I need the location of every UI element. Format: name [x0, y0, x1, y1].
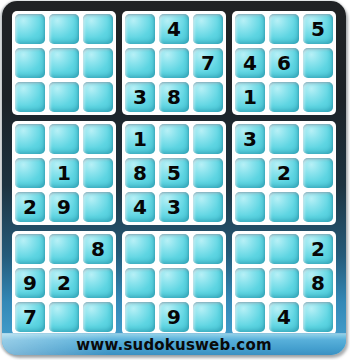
cell-r8c7[interactable] [235, 268, 265, 298]
cell-r7c5[interactable] [159, 234, 189, 264]
cell-r7c2[interactable] [49, 234, 79, 264]
cell-r9c9[interactable] [303, 302, 333, 332]
cell-r5c2[interactable]: 1 [49, 158, 79, 188]
cell-r4c7[interactable]: 3 [235, 124, 265, 154]
cell-r1c7[interactable] [235, 14, 265, 44]
cell-r3c7[interactable]: 1 [235, 82, 265, 112]
cell-r3c8[interactable] [269, 82, 299, 112]
cell-r9c5[interactable]: 9 [159, 302, 189, 332]
cell-r2c1[interactable] [15, 48, 45, 78]
cell-r8c4[interactable] [125, 268, 155, 298]
cell-r7c7[interactable] [235, 234, 265, 264]
cell-r3c4[interactable]: 3 [125, 82, 155, 112]
cell-r8c3[interactable] [83, 268, 113, 298]
cell-r6c9[interactable] [303, 192, 333, 222]
cell-r9c7[interactable] [235, 302, 265, 332]
sudoku-box-8: 9 [122, 231, 226, 335]
cell-r4c8[interactable] [269, 124, 299, 154]
sudoku-board-frame: 47385461129185433289279284 www.sudokuswe… [2, 1, 346, 355]
cell-r4c1[interactable] [15, 124, 45, 154]
cell-r9c1[interactable]: 7 [15, 302, 45, 332]
cell-r3c9[interactable] [303, 82, 333, 112]
cell-r7c8[interactable] [269, 234, 299, 264]
cell-r7c6[interactable] [193, 234, 223, 264]
sudoku-box-5: 18543 [122, 121, 226, 225]
cell-r8c2[interactable]: 2 [49, 268, 79, 298]
cell-r5c8[interactable]: 2 [269, 158, 299, 188]
cell-r5c7[interactable] [235, 158, 265, 188]
cell-r1c2[interactable] [49, 14, 79, 44]
sudoku-page: 47385461129185433289279284 www.sudokuswe… [0, 0, 350, 360]
cell-r8c8[interactable] [269, 268, 299, 298]
sudoku-box-6: 32 [232, 121, 336, 225]
cell-r9c8[interactable]: 4 [269, 302, 299, 332]
cell-r4c2[interactable] [49, 124, 79, 154]
cell-r9c6[interactable] [193, 302, 223, 332]
cell-r7c3[interactable]: 8 [83, 234, 113, 264]
sudoku-box-4: 129 [12, 121, 116, 225]
cell-r7c4[interactable] [125, 234, 155, 264]
cell-r3c5[interactable]: 8 [159, 82, 189, 112]
cell-r2c7[interactable]: 4 [235, 48, 265, 78]
cell-r5c9[interactable] [303, 158, 333, 188]
cell-r6c7[interactable] [235, 192, 265, 222]
cell-r3c1[interactable] [15, 82, 45, 112]
cell-r6c1[interactable]: 2 [15, 192, 45, 222]
cell-r2c5[interactable] [159, 48, 189, 78]
cell-r8c9[interactable]: 8 [303, 268, 333, 298]
cell-r1c3[interactable] [83, 14, 113, 44]
cell-r4c6[interactable] [193, 124, 223, 154]
cell-r2c2[interactable] [49, 48, 79, 78]
cell-r3c2[interactable] [49, 82, 79, 112]
cell-r5c6[interactable] [193, 158, 223, 188]
cell-r2c8[interactable]: 6 [269, 48, 299, 78]
cell-r2c6[interactable]: 7 [193, 48, 223, 78]
sudoku-box-2: 4738 [122, 11, 226, 115]
footer-band: www.sudokusweb.com [2, 333, 346, 355]
sudoku-box-9: 284 [232, 231, 336, 335]
sudoku-box-3: 5461 [232, 11, 336, 115]
cell-r6c8[interactable] [269, 192, 299, 222]
cell-r8c6[interactable] [193, 268, 223, 298]
cell-r2c9[interactable] [303, 48, 333, 78]
cell-r4c5[interactable] [159, 124, 189, 154]
cell-r6c5[interactable]: 3 [159, 192, 189, 222]
cell-r6c2[interactable]: 9 [49, 192, 79, 222]
cell-r3c6[interactable] [193, 82, 223, 112]
cell-r4c9[interactable] [303, 124, 333, 154]
cell-r7c9[interactable]: 2 [303, 234, 333, 264]
cell-r4c4[interactable]: 1 [125, 124, 155, 154]
cell-r3c3[interactable] [83, 82, 113, 112]
cell-r8c1[interactable]: 9 [15, 268, 45, 298]
cell-r7c1[interactable] [15, 234, 45, 264]
cell-r9c4[interactable] [125, 302, 155, 332]
cell-r6c3[interactable] [83, 192, 113, 222]
cell-r9c3[interactable] [83, 302, 113, 332]
cell-r1c8[interactable] [269, 14, 299, 44]
cell-r1c5[interactable]: 4 [159, 14, 189, 44]
cell-r6c4[interactable]: 4 [125, 192, 155, 222]
site-url[interactable]: www.sudokusweb.com [76, 336, 271, 354]
cell-r5c3[interactable] [83, 158, 113, 188]
cell-r1c1[interactable] [15, 14, 45, 44]
cell-r2c3[interactable] [83, 48, 113, 78]
cell-r9c2[interactable] [49, 302, 79, 332]
cell-r2c4[interactable] [125, 48, 155, 78]
sudoku-box-7: 8927 [12, 231, 116, 335]
cell-r8c5[interactable] [159, 268, 189, 298]
cell-r5c4[interactable]: 8 [125, 158, 155, 188]
cell-r5c5[interactable]: 5 [159, 158, 189, 188]
cell-r6c6[interactable] [193, 192, 223, 222]
cell-r4c3[interactable] [83, 124, 113, 154]
cell-r1c6[interactable] [193, 14, 223, 44]
cell-r1c9[interactable]: 5 [303, 14, 333, 44]
sudoku-grid: 47385461129185433289279284 [12, 11, 336, 335]
cell-r5c1[interactable] [15, 158, 45, 188]
cell-r1c4[interactable] [125, 14, 155, 44]
sudoku-box-1 [12, 11, 116, 115]
